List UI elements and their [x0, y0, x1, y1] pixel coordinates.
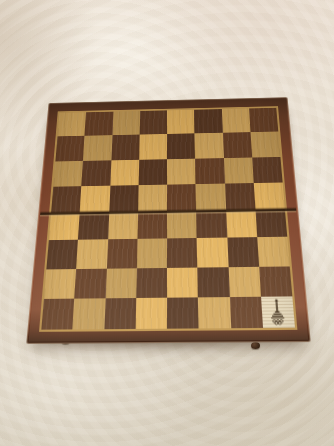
square-g4[interactable]	[226, 210, 257, 238]
square-c5[interactable]	[109, 185, 139, 212]
square-h6[interactable]	[252, 157, 283, 183]
square-c7[interactable]	[111, 135, 139, 160]
square-b6[interactable]	[82, 160, 111, 186]
square-a3[interactable]	[46, 240, 78, 269]
square-h4[interactable]	[255, 209, 287, 237]
square-d5[interactable]	[138, 184, 167, 211]
chessboard-grid	[41, 108, 295, 330]
square-f8[interactable]	[194, 109, 222, 133]
square-e3[interactable]	[167, 238, 197, 267]
square-e4[interactable]	[167, 211, 197, 239]
square-f4[interactable]	[196, 210, 227, 238]
square-d7[interactable]	[139, 134, 167, 159]
square-a8[interactable]	[57, 112, 86, 136]
square-c4[interactable]	[108, 211, 138, 239]
maker-emblem-icon	[267, 298, 289, 325]
square-g5[interactable]	[225, 183, 256, 210]
square-e8[interactable]	[167, 110, 195, 134]
square-a2[interactable]	[44, 269, 76, 299]
square-c6[interactable]	[110, 159, 139, 185]
square-g3[interactable]	[227, 237, 259, 266]
square-d6[interactable]	[138, 159, 167, 185]
square-c8[interactable]	[112, 111, 140, 135]
square-d1[interactable]	[135, 297, 167, 329]
square-a7[interactable]	[55, 136, 84, 161]
square-b5[interactable]	[80, 185, 110, 212]
square-g6[interactable]	[223, 157, 253, 183]
photo	[0, 0, 334, 446]
square-h5[interactable]	[254, 182, 285, 209]
square-b1[interactable]	[73, 298, 106, 329]
folding-chessboard	[26, 97, 311, 344]
square-a4[interactable]	[49, 212, 80, 240]
inner-maple-strip	[39, 106, 297, 332]
square-b7[interactable]	[83, 135, 112, 160]
square-f7[interactable]	[195, 133, 224, 158]
square-e1[interactable]	[167, 297, 199, 329]
square-d4[interactable]	[137, 211, 167, 239]
square-f1[interactable]	[198, 297, 231, 329]
square-f6[interactable]	[195, 158, 224, 184]
square-e6[interactable]	[167, 158, 196, 184]
square-a1[interactable]	[41, 298, 74, 329]
square-h1[interactable]	[261, 296, 295, 328]
square-e7[interactable]	[167, 134, 195, 159]
square-h7[interactable]	[250, 132, 280, 157]
square-c3[interactable]	[106, 239, 137, 268]
square-g7[interactable]	[222, 132, 251, 157]
square-f5[interactable]	[196, 183, 226, 210]
square-c2[interactable]	[105, 268, 136, 298]
square-d3[interactable]	[137, 239, 167, 268]
square-a6[interactable]	[53, 160, 83, 186]
square-g1[interactable]	[229, 296, 262, 328]
square-g2[interactable]	[228, 266, 261, 296]
square-h2[interactable]	[259, 266, 292, 297]
square-a5[interactable]	[51, 186, 81, 213]
square-g8[interactable]	[221, 108, 250, 132]
square-b3[interactable]	[76, 240, 107, 269]
square-b4[interactable]	[78, 212, 109, 240]
square-f3[interactable]	[197, 238, 228, 267]
square-h8[interactable]	[249, 108, 279, 133]
square-b8[interactable]	[85, 112, 113, 136]
square-c1[interactable]	[104, 298, 136, 329]
square-b2[interactable]	[74, 268, 106, 298]
square-d8[interactable]	[139, 110, 167, 134]
board-frame	[26, 97, 311, 344]
board-foot-right	[251, 342, 260, 349]
square-h3[interactable]	[257, 237, 290, 266]
square-e2[interactable]	[167, 267, 198, 297]
square-e5[interactable]	[167, 184, 196, 211]
square-f2[interactable]	[197, 267, 229, 297]
square-d2[interactable]	[136, 267, 167, 297]
